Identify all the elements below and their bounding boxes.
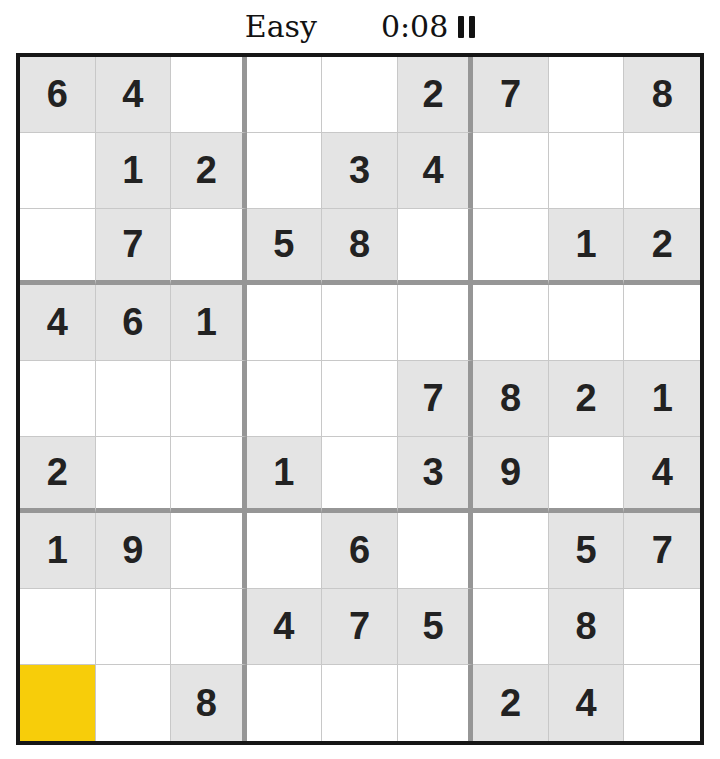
cell-r3c7[interactable] <box>473 209 549 285</box>
cell-r6c1[interactable]: 2 <box>20 437 96 513</box>
cell-r4c3[interactable]: 1 <box>171 285 247 361</box>
cell-r8c2[interactable] <box>96 589 172 665</box>
cell-r2c8[interactable] <box>549 133 625 209</box>
cell-r9c5[interactable] <box>322 665 398 741</box>
cell-r4c7[interactable] <box>473 285 549 361</box>
cell-r1c5[interactable] <box>322 57 398 133</box>
cell-r4c6[interactable] <box>398 285 474 361</box>
cell-r8c1[interactable] <box>20 589 96 665</box>
cell-r5c9[interactable]: 1 <box>624 361 700 437</box>
timer-group: 0:08 <box>381 9 475 44</box>
cell-r6c7[interactable]: 9 <box>473 437 549 513</box>
cell-r5c7[interactable]: 8 <box>473 361 549 437</box>
cell-r2c6[interactable]: 4 <box>398 133 474 209</box>
cell-r1c9[interactable]: 8 <box>624 57 700 133</box>
cell-r1c3[interactable] <box>171 57 247 133</box>
cell-r2c2[interactable]: 1 <box>96 133 172 209</box>
cell-r9c7[interactable]: 2 <box>473 665 549 741</box>
pause-button[interactable] <box>458 16 475 38</box>
pause-icon <box>469 16 475 38</box>
cell-r3c8[interactable]: 1 <box>549 209 625 285</box>
cell-r6c3[interactable] <box>171 437 247 513</box>
cell-r3c4[interactable]: 5 <box>247 209 323 285</box>
cell-r3c6[interactable] <box>398 209 474 285</box>
cell-r1c1[interactable]: 6 <box>20 57 96 133</box>
cell-r4c1[interactable]: 4 <box>20 285 96 361</box>
timer: 0:08 <box>381 9 448 44</box>
cell-r4c4[interactable] <box>247 285 323 361</box>
cell-r9c8[interactable]: 4 <box>549 665 625 741</box>
cell-r3c3[interactable] <box>171 209 247 285</box>
cell-r3c2[interactable]: 7 <box>96 209 172 285</box>
cell-r9c9[interactable] <box>624 665 700 741</box>
cell-r5c2[interactable] <box>96 361 172 437</box>
cell-r4c9[interactable] <box>624 285 700 361</box>
cell-r3c5[interactable]: 8 <box>322 209 398 285</box>
cell-r1c8[interactable] <box>549 57 625 133</box>
cell-r2c5[interactable]: 3 <box>322 133 398 209</box>
cell-r6c2[interactable] <box>96 437 172 513</box>
cell-r6c4[interactable]: 1 <box>247 437 323 513</box>
cell-r1c2[interactable]: 4 <box>96 57 172 133</box>
cell-r5c1[interactable] <box>20 361 96 437</box>
cell-r6c6[interactable]: 3 <box>398 437 474 513</box>
cell-r7c8[interactable]: 5 <box>549 513 625 589</box>
cell-r4c8[interactable] <box>549 285 625 361</box>
cell-r2c7[interactable] <box>473 133 549 209</box>
cell-r8c8[interactable]: 8 <box>549 589 625 665</box>
cell-r7c3[interactable] <box>171 513 247 589</box>
cell-r5c3[interactable] <box>171 361 247 437</box>
cell-r8c5[interactable]: 7 <box>322 589 398 665</box>
cell-r6c8[interactable] <box>549 437 625 513</box>
cell-r2c1[interactable] <box>20 133 96 209</box>
cell-r9c4[interactable] <box>247 665 323 741</box>
cell-r2c9[interactable] <box>624 133 700 209</box>
cell-r7c7[interactable] <box>473 513 549 589</box>
cell-r1c6[interactable]: 2 <box>398 57 474 133</box>
sudoku-board: 64278123475812461782121394196574758824 <box>16 53 704 745</box>
cell-r6c9[interactable]: 4 <box>624 437 700 513</box>
cell-r3c9[interactable]: 2 <box>624 209 700 285</box>
cell-r5c5[interactable] <box>322 361 398 437</box>
cell-r7c4[interactable] <box>247 513 323 589</box>
cell-r2c4[interactable] <box>247 133 323 209</box>
cell-r7c9[interactable]: 7 <box>624 513 700 589</box>
cell-r1c7[interactable]: 7 <box>473 57 549 133</box>
cell-r2c3[interactable]: 2 <box>171 133 247 209</box>
cell-r5c8[interactable]: 2 <box>549 361 625 437</box>
cell-r7c5[interactable]: 6 <box>322 513 398 589</box>
cell-r4c5[interactable] <box>322 285 398 361</box>
cell-r8c6[interactable]: 5 <box>398 589 474 665</box>
cell-r5c4[interactable] <box>247 361 323 437</box>
cell-r8c7[interactable] <box>473 589 549 665</box>
cell-r5c6[interactable]: 7 <box>398 361 474 437</box>
cell-r8c9[interactable] <box>624 589 700 665</box>
cell-r8c3[interactable] <box>171 589 247 665</box>
cell-r3c1[interactable] <box>20 209 96 285</box>
cell-r9c6[interactable] <box>398 665 474 741</box>
cell-r7c6[interactable] <box>398 513 474 589</box>
pause-icon <box>458 16 464 38</box>
cell-r6c5[interactable] <box>322 437 398 513</box>
cell-r9c2[interactable] <box>96 665 172 741</box>
difficulty-label: Easy <box>245 9 317 44</box>
cell-r9c1[interactable] <box>20 665 96 741</box>
cell-r1c4[interactable] <box>247 57 323 133</box>
cell-r9c3[interactable]: 8 <box>171 665 247 741</box>
cell-r8c4[interactable]: 4 <box>247 589 323 665</box>
cell-r4c2[interactable]: 6 <box>96 285 172 361</box>
cell-r7c1[interactable]: 1 <box>20 513 96 589</box>
game-header: Easy 0:08 <box>0 0 720 53</box>
cell-r7c2[interactable]: 9 <box>96 513 172 589</box>
